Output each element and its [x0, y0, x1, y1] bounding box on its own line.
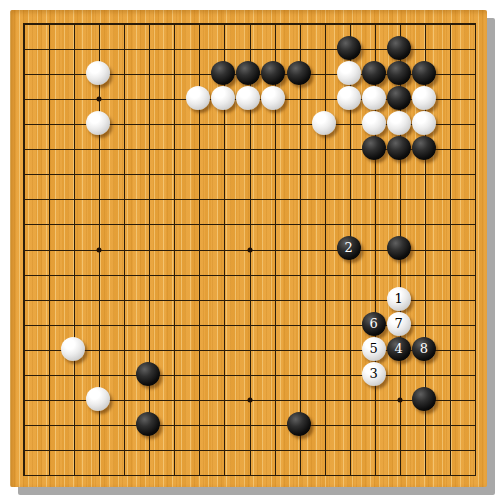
board-point-P15[interactable] [361, 111, 386, 136]
board-point-C8[interactable] [61, 286, 86, 311]
board-point-E17[interactable] [111, 61, 136, 86]
board-point-D10[interactable] [86, 236, 111, 261]
board-point-O12[interactable] [336, 186, 361, 211]
board-point-R11[interactable] [411, 211, 436, 236]
board-point-T8[interactable] [461, 286, 486, 311]
board-point-F3[interactable] [136, 411, 161, 436]
board-point-S2[interactable] [436, 436, 461, 461]
board-point-P13[interactable] [361, 161, 386, 186]
board-point-L14[interactable] [261, 136, 286, 161]
board-point-L3[interactable] [261, 411, 286, 436]
board-point-T16[interactable] [461, 86, 486, 111]
board-point-T12[interactable] [461, 186, 486, 211]
board-point-J14[interactable] [211, 136, 236, 161]
board-point-L17[interactable] [261, 61, 286, 86]
board-point-Q19[interactable] [386, 11, 411, 36]
board-point-H3[interactable] [186, 411, 211, 436]
board-point-A7[interactable] [11, 311, 36, 336]
board-point-H5[interactable] [186, 361, 211, 386]
board-point-G6[interactable] [161, 336, 186, 361]
board-point-E16[interactable] [111, 86, 136, 111]
board-point-C3[interactable] [61, 411, 86, 436]
board-point-N3[interactable] [311, 411, 336, 436]
board-point-H8[interactable] [186, 286, 211, 311]
board-point-R15[interactable] [411, 111, 436, 136]
board-point-N9[interactable] [311, 261, 336, 286]
board-point-T15[interactable] [461, 111, 486, 136]
board-point-E9[interactable] [111, 261, 136, 286]
board-point-D19[interactable] [86, 11, 111, 36]
board-point-B16[interactable] [36, 86, 61, 111]
board-point-R10[interactable] [411, 236, 436, 261]
board-point-B11[interactable] [36, 211, 61, 236]
board-point-M6[interactable] [286, 336, 311, 361]
board-point-O10[interactable]: 2 [336, 236, 361, 261]
board-point-G8[interactable] [161, 286, 186, 311]
board-point-Q17[interactable] [386, 61, 411, 86]
board-point-T6[interactable] [461, 336, 486, 361]
board-point-C10[interactable] [61, 236, 86, 261]
board-point-M14[interactable] [286, 136, 311, 161]
board-point-N4[interactable] [311, 386, 336, 411]
board-point-J10[interactable] [211, 236, 236, 261]
board-point-E13[interactable] [111, 161, 136, 186]
board-point-C18[interactable] [61, 36, 86, 61]
board-point-R7[interactable] [411, 311, 436, 336]
board-point-C15[interactable] [61, 111, 86, 136]
board-point-N17[interactable] [311, 61, 336, 86]
board-point-K19[interactable] [236, 11, 261, 36]
board-point-P16[interactable] [361, 86, 386, 111]
board-point-H18[interactable] [186, 36, 211, 61]
board-point-K6[interactable] [236, 336, 261, 361]
board-point-O18[interactable] [336, 36, 361, 61]
board-point-K9[interactable] [236, 261, 261, 286]
board-point-E8[interactable] [111, 286, 136, 311]
board-point-C14[interactable] [61, 136, 86, 161]
board-point-G2[interactable] [161, 436, 186, 461]
board-point-Q3[interactable] [386, 411, 411, 436]
board-point-A6[interactable] [11, 336, 36, 361]
board-point-L7[interactable] [261, 311, 286, 336]
board-point-R13[interactable] [411, 161, 436, 186]
board-point-F2[interactable] [136, 436, 161, 461]
board-point-K10[interactable] [236, 236, 261, 261]
board-point-C11[interactable] [61, 211, 86, 236]
board-point-F4[interactable] [136, 386, 161, 411]
board-point-F18[interactable] [136, 36, 161, 61]
board-point-O14[interactable] [336, 136, 361, 161]
board-point-A18[interactable] [11, 36, 36, 61]
board-point-S9[interactable] [436, 261, 461, 286]
board-point-H9[interactable] [186, 261, 211, 286]
board-point-C6[interactable] [61, 336, 86, 361]
board-point-A14[interactable] [11, 136, 36, 161]
board-point-K18[interactable] [236, 36, 261, 61]
board-point-E3[interactable] [111, 411, 136, 436]
board-point-A2[interactable] [11, 436, 36, 461]
board-point-K16[interactable] [236, 86, 261, 111]
board-point-L16[interactable] [261, 86, 286, 111]
board-point-T18[interactable] [461, 36, 486, 61]
board-point-P10[interactable] [361, 236, 386, 261]
board-point-N18[interactable] [311, 36, 336, 61]
board-point-A13[interactable] [11, 161, 36, 186]
board-point-A1[interactable] [11, 461, 36, 486]
board-point-Q7[interactable]: 7 [386, 311, 411, 336]
board-point-O2[interactable] [336, 436, 361, 461]
board-point-E10[interactable] [111, 236, 136, 261]
board-point-C17[interactable] [61, 61, 86, 86]
board-point-B7[interactable] [36, 311, 61, 336]
board-point-F11[interactable] [136, 211, 161, 236]
board-point-P17[interactable] [361, 61, 386, 86]
board-point-R14[interactable] [411, 136, 436, 161]
board-point-L18[interactable] [261, 36, 286, 61]
board-point-L15[interactable] [261, 111, 286, 136]
board-point-M16[interactable] [286, 86, 311, 111]
board-point-D16[interactable] [86, 86, 111, 111]
board-point-Q1[interactable] [386, 461, 411, 486]
board-point-E6[interactable] [111, 336, 136, 361]
board-point-Q8[interactable]: 1 [386, 286, 411, 311]
board-point-H1[interactable] [186, 461, 211, 486]
board-point-D14[interactable] [86, 136, 111, 161]
board-point-F12[interactable] [136, 186, 161, 211]
board-point-O17[interactable] [336, 61, 361, 86]
board-point-P5[interactable]: 3 [361, 361, 386, 386]
board-point-R3[interactable] [411, 411, 436, 436]
board-point-J4[interactable] [211, 386, 236, 411]
board-point-L10[interactable] [261, 236, 286, 261]
board-point-Q9[interactable] [386, 261, 411, 286]
board-point-F16[interactable] [136, 86, 161, 111]
board-point-G18[interactable] [161, 36, 186, 61]
board-point-M19[interactable] [286, 11, 311, 36]
board-point-Q11[interactable] [386, 211, 411, 236]
board-point-H11[interactable] [186, 211, 211, 236]
board-point-R2[interactable] [411, 436, 436, 461]
board-point-J17[interactable] [211, 61, 236, 86]
board-point-G15[interactable] [161, 111, 186, 136]
board-point-E4[interactable] [111, 386, 136, 411]
board-point-H13[interactable] [186, 161, 211, 186]
board-point-D8[interactable] [86, 286, 111, 311]
board-point-S7[interactable] [436, 311, 461, 336]
board-point-T17[interactable] [461, 61, 486, 86]
board-point-L6[interactable] [261, 336, 286, 361]
board-point-E7[interactable] [111, 311, 136, 336]
board-point-P12[interactable] [361, 186, 386, 211]
board-point-M8[interactable] [286, 286, 311, 311]
board-point-B4[interactable] [36, 386, 61, 411]
board-point-D4[interactable] [86, 386, 111, 411]
board-point-M10[interactable] [286, 236, 311, 261]
board-point-J16[interactable] [211, 86, 236, 111]
board-point-M18[interactable] [286, 36, 311, 61]
board-point-Q2[interactable] [386, 436, 411, 461]
board-point-C1[interactable] [61, 461, 86, 486]
board-point-H17[interactable] [186, 61, 211, 86]
board-point-P6[interactable]: 5 [361, 336, 386, 361]
board-point-J18[interactable] [211, 36, 236, 61]
board-point-F15[interactable] [136, 111, 161, 136]
board-point-O9[interactable] [336, 261, 361, 286]
board-point-D13[interactable] [86, 161, 111, 186]
board-point-L2[interactable] [261, 436, 286, 461]
board-point-B3[interactable] [36, 411, 61, 436]
board-point-B13[interactable] [36, 161, 61, 186]
board-point-S18[interactable] [436, 36, 461, 61]
board-point-D5[interactable] [86, 361, 111, 386]
board-point-N13[interactable] [311, 161, 336, 186]
board-point-E14[interactable] [111, 136, 136, 161]
board-point-J5[interactable] [211, 361, 236, 386]
board-point-S4[interactable] [436, 386, 461, 411]
board-point-F14[interactable] [136, 136, 161, 161]
board-point-O15[interactable] [336, 111, 361, 136]
board-point-N7[interactable] [311, 311, 336, 336]
board-point-K13[interactable] [236, 161, 261, 186]
board-point-J1[interactable] [211, 461, 236, 486]
board-point-R4[interactable] [411, 386, 436, 411]
board-point-F17[interactable] [136, 61, 161, 86]
board-point-D11[interactable] [86, 211, 111, 236]
board-point-K1[interactable] [236, 461, 261, 486]
board-point-K15[interactable] [236, 111, 261, 136]
board-point-M7[interactable] [286, 311, 311, 336]
board-point-N16[interactable] [311, 86, 336, 111]
board-point-A4[interactable] [11, 386, 36, 411]
board-point-S8[interactable] [436, 286, 461, 311]
board-point-N10[interactable] [311, 236, 336, 261]
board-point-B1[interactable] [36, 461, 61, 486]
board-point-K7[interactable] [236, 311, 261, 336]
board-point-T3[interactable] [461, 411, 486, 436]
board-point-E1[interactable] [111, 461, 136, 486]
board-point-S1[interactable] [436, 461, 461, 486]
board-point-G1[interactable] [161, 461, 186, 486]
board-point-M13[interactable] [286, 161, 311, 186]
board-point-R17[interactable] [411, 61, 436, 86]
board-point-A19[interactable] [11, 11, 36, 36]
board-point-P9[interactable] [361, 261, 386, 286]
board-point-F6[interactable] [136, 336, 161, 361]
board-point-H6[interactable] [186, 336, 211, 361]
board-point-N11[interactable] [311, 211, 336, 236]
board-point-F10[interactable] [136, 236, 161, 261]
board-point-A15[interactable] [11, 111, 36, 136]
board-point-K11[interactable] [236, 211, 261, 236]
board-point-T9[interactable] [461, 261, 486, 286]
board-point-O5[interactable] [336, 361, 361, 386]
board-point-O8[interactable] [336, 286, 361, 311]
board-point-M17[interactable] [286, 61, 311, 86]
board-point-J8[interactable] [211, 286, 236, 311]
board-point-F9[interactable] [136, 261, 161, 286]
board-point-A10[interactable] [11, 236, 36, 261]
board-point-G5[interactable] [161, 361, 186, 386]
board-point-F8[interactable] [136, 286, 161, 311]
board-point-F1[interactable] [136, 461, 161, 486]
board-point-D15[interactable] [86, 111, 111, 136]
board-point-T5[interactable] [461, 361, 486, 386]
board-point-B2[interactable] [36, 436, 61, 461]
board-point-S16[interactable] [436, 86, 461, 111]
board-point-T7[interactable] [461, 311, 486, 336]
board-point-L8[interactable] [261, 286, 286, 311]
board-point-K12[interactable] [236, 186, 261, 211]
board-point-T19[interactable] [461, 11, 486, 36]
board-point-S12[interactable] [436, 186, 461, 211]
board-point-R8[interactable] [411, 286, 436, 311]
board-point-L19[interactable] [261, 11, 286, 36]
board-point-H14[interactable] [186, 136, 211, 161]
board-point-Q15[interactable] [386, 111, 411, 136]
board-point-Q16[interactable] [386, 86, 411, 111]
board-point-S15[interactable] [436, 111, 461, 136]
board-point-E15[interactable] [111, 111, 136, 136]
board-point-L11[interactable] [261, 211, 286, 236]
board-point-H10[interactable] [186, 236, 211, 261]
board-point-K14[interactable] [236, 136, 261, 161]
board-point-J13[interactable] [211, 161, 236, 186]
board-point-O11[interactable] [336, 211, 361, 236]
board-point-C7[interactable] [61, 311, 86, 336]
board-point-N8[interactable] [311, 286, 336, 311]
board-point-B15[interactable] [36, 111, 61, 136]
board-point-O19[interactable] [336, 11, 361, 36]
board-point-J9[interactable] [211, 261, 236, 286]
board-point-E2[interactable] [111, 436, 136, 461]
board-point-O7[interactable] [336, 311, 361, 336]
board-point-M2[interactable] [286, 436, 311, 461]
board-point-P18[interactable] [361, 36, 386, 61]
board-point-E19[interactable] [111, 11, 136, 36]
board-point-L5[interactable] [261, 361, 286, 386]
board-point-J15[interactable] [211, 111, 236, 136]
board-point-F19[interactable] [136, 11, 161, 36]
board-point-Q13[interactable] [386, 161, 411, 186]
board-point-P11[interactable] [361, 211, 386, 236]
board-point-N12[interactable] [311, 186, 336, 211]
board-point-D3[interactable] [86, 411, 111, 436]
board-point-F5[interactable] [136, 361, 161, 386]
board-point-M5[interactable] [286, 361, 311, 386]
board-point-C5[interactable] [61, 361, 86, 386]
board-point-T10[interactable] [461, 236, 486, 261]
board-point-E5[interactable] [111, 361, 136, 386]
board-point-O16[interactable] [336, 86, 361, 111]
board-point-K3[interactable] [236, 411, 261, 436]
board-point-A8[interactable] [11, 286, 36, 311]
board-point-D17[interactable] [86, 61, 111, 86]
board-point-D6[interactable] [86, 336, 111, 361]
board-point-N19[interactable] [311, 11, 336, 36]
board-point-B9[interactable] [36, 261, 61, 286]
board-point-T4[interactable] [461, 386, 486, 411]
board-point-P14[interactable] [361, 136, 386, 161]
board-point-M4[interactable] [286, 386, 311, 411]
board-point-A3[interactable] [11, 411, 36, 436]
board-point-L9[interactable] [261, 261, 286, 286]
board-point-D1[interactable] [86, 461, 111, 486]
board-point-D2[interactable] [86, 436, 111, 461]
board-point-A11[interactable] [11, 211, 36, 236]
board-point-N6[interactable] [311, 336, 336, 361]
board-point-S17[interactable] [436, 61, 461, 86]
board-point-A9[interactable] [11, 261, 36, 286]
board-point-B6[interactable] [36, 336, 61, 361]
board-point-T2[interactable] [461, 436, 486, 461]
board-point-S3[interactable] [436, 411, 461, 436]
board-point-R5[interactable] [411, 361, 436, 386]
board-point-O13[interactable] [336, 161, 361, 186]
board-point-E18[interactable] [111, 36, 136, 61]
board-point-C16[interactable] [61, 86, 86, 111]
board-point-E12[interactable] [111, 186, 136, 211]
board-point-K17[interactable] [236, 61, 261, 86]
board-point-L4[interactable] [261, 386, 286, 411]
board-point-G14[interactable] [161, 136, 186, 161]
board-point-T13[interactable] [461, 161, 486, 186]
board-point-T1[interactable] [461, 461, 486, 486]
board-point-L1[interactable] [261, 461, 286, 486]
board-point-J19[interactable] [211, 11, 236, 36]
board-point-M9[interactable] [286, 261, 311, 286]
board-point-H2[interactable] [186, 436, 211, 461]
board-point-J3[interactable] [211, 411, 236, 436]
board-point-A17[interactable] [11, 61, 36, 86]
board-point-R16[interactable] [411, 86, 436, 111]
board-point-S11[interactable] [436, 211, 461, 236]
board-point-J12[interactable] [211, 186, 236, 211]
board-point-G4[interactable] [161, 386, 186, 411]
board-point-Q6[interactable]: 4 [386, 336, 411, 361]
board-point-L12[interactable] [261, 186, 286, 211]
board-point-A5[interactable] [11, 361, 36, 386]
board-point-G7[interactable] [161, 311, 186, 336]
board-point-D9[interactable] [86, 261, 111, 286]
board-point-K2[interactable] [236, 436, 261, 461]
board-point-G11[interactable] [161, 211, 186, 236]
board-point-G19[interactable] [161, 11, 186, 36]
board-point-S13[interactable] [436, 161, 461, 186]
board-point-B10[interactable] [36, 236, 61, 261]
board-point-B5[interactable] [36, 361, 61, 386]
board-point-M1[interactable] [286, 461, 311, 486]
board-point-R19[interactable] [411, 11, 436, 36]
board-point-P7[interactable]: 6 [361, 311, 386, 336]
board-point-G13[interactable] [161, 161, 186, 186]
board-point-S5[interactable] [436, 361, 461, 386]
board-point-G17[interactable] [161, 61, 186, 86]
board-point-P2[interactable] [361, 436, 386, 461]
board-point-N15[interactable] [311, 111, 336, 136]
board-point-C9[interactable] [61, 261, 86, 286]
board-point-A12[interactable] [11, 186, 36, 211]
board-point-O4[interactable] [336, 386, 361, 411]
board-point-D7[interactable] [86, 311, 111, 336]
board-point-P3[interactable] [361, 411, 386, 436]
board-point-Q12[interactable] [386, 186, 411, 211]
board-point-Q10[interactable] [386, 236, 411, 261]
board-point-Q14[interactable] [386, 136, 411, 161]
board-point-H19[interactable] [186, 11, 211, 36]
board-point-O6[interactable] [336, 336, 361, 361]
board-point-G10[interactable] [161, 236, 186, 261]
board-point-P19[interactable] [361, 11, 386, 36]
